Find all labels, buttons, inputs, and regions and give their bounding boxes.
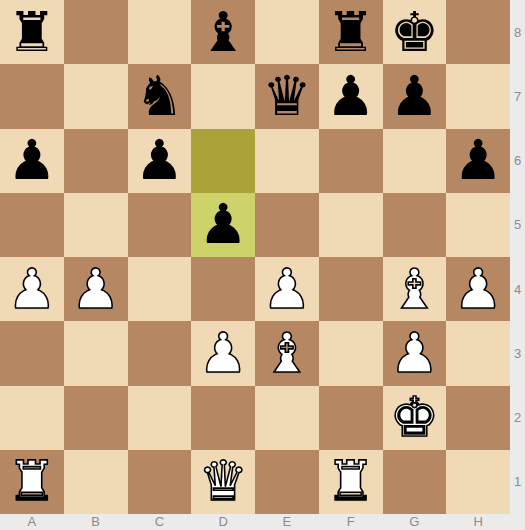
square-f2[interactable] xyxy=(319,386,383,450)
square-e5[interactable] xyxy=(255,193,319,257)
file-labels: ABCDEFGH xyxy=(0,514,510,530)
square-d7[interactable] xyxy=(191,64,255,128)
square-c6[interactable]: ♟ xyxy=(128,129,192,193)
square-g1[interactable] xyxy=(383,450,447,514)
white-pawn[interactable]: ♟ xyxy=(71,262,120,317)
file-label-g: G xyxy=(383,514,447,530)
black-pawn[interactable]: ♟ xyxy=(326,69,375,124)
rank-label-7: 7 xyxy=(510,64,525,128)
square-a6[interactable]: ♟ xyxy=(0,129,64,193)
black-bishop[interactable]: ♝ xyxy=(198,5,247,60)
black-rook[interactable]: ♜ xyxy=(326,5,375,60)
rank-label-8: 8 xyxy=(510,0,525,64)
square-b1[interactable] xyxy=(64,450,128,514)
square-h7[interactable] xyxy=(446,64,510,128)
square-g3[interactable]: ♟ xyxy=(383,321,447,385)
square-f5[interactable] xyxy=(319,193,383,257)
chess-app-page: ♜♝♜♚♞♛♟♟♟♟♟♟♟♟♟♝♟♟♝♟♚♜♛♜ 87654321 ABCDEF… xyxy=(0,0,525,530)
square-c1[interactable] xyxy=(128,450,192,514)
square-b6[interactable] xyxy=(64,129,128,193)
square-f8[interactable]: ♜ xyxy=(319,0,383,64)
square-d8[interactable]: ♝ xyxy=(191,0,255,64)
square-c5[interactable] xyxy=(128,193,192,257)
white-pawn[interactable]: ♟ xyxy=(198,326,247,381)
square-h2[interactable] xyxy=(446,386,510,450)
square-f3[interactable] xyxy=(319,321,383,385)
square-e1[interactable] xyxy=(255,450,319,514)
rank-label-5: 5 xyxy=(510,193,525,257)
square-g6[interactable] xyxy=(383,129,447,193)
square-a7[interactable] xyxy=(0,64,64,128)
square-d2[interactable] xyxy=(191,386,255,450)
square-h8[interactable] xyxy=(446,0,510,64)
square-e4[interactable]: ♟ xyxy=(255,257,319,321)
square-a4[interactable]: ♟ xyxy=(0,257,64,321)
square-c3[interactable] xyxy=(128,321,192,385)
square-d1[interactable]: ♛ xyxy=(191,450,255,514)
rank-label-4: 4 xyxy=(510,257,525,321)
black-rook[interactable]: ♜ xyxy=(7,5,56,60)
black-king[interactable]: ♚ xyxy=(390,5,439,60)
square-h6[interactable]: ♟ xyxy=(446,129,510,193)
square-g5[interactable] xyxy=(383,193,447,257)
white-pawn[interactable]: ♟ xyxy=(453,262,502,317)
chess-board: ♜♝♜♚♞♛♟♟♟♟♟♟♟♟♟♝♟♟♝♟♚♜♛♜ xyxy=(0,0,510,514)
square-a2[interactable] xyxy=(0,386,64,450)
square-d6[interactable] xyxy=(191,129,255,193)
black-pawn[interactable]: ♟ xyxy=(7,133,56,188)
square-b8[interactable] xyxy=(64,0,128,64)
black-pawn[interactable]: ♟ xyxy=(198,197,247,252)
white-king[interactable]: ♚ xyxy=(390,390,439,445)
file-label-d: D xyxy=(191,514,255,530)
rank-labels: 87654321 xyxy=(510,0,525,514)
square-g4[interactable]: ♝ xyxy=(383,257,447,321)
square-g8[interactable]: ♚ xyxy=(383,0,447,64)
square-e3[interactable]: ♝ xyxy=(255,321,319,385)
square-f6[interactable] xyxy=(319,129,383,193)
black-queen[interactable]: ♛ xyxy=(262,69,311,124)
square-b7[interactable] xyxy=(64,64,128,128)
file-label-e: E xyxy=(255,514,319,530)
square-c4[interactable] xyxy=(128,257,192,321)
rank-label-6: 6 xyxy=(510,129,525,193)
black-pawn[interactable]: ♟ xyxy=(453,133,502,188)
white-pawn[interactable]: ♟ xyxy=(262,262,311,317)
file-label-b: B xyxy=(64,514,128,530)
file-label-h: H xyxy=(446,514,510,530)
white-pawn[interactable]: ♟ xyxy=(7,262,56,317)
square-d4[interactable] xyxy=(191,257,255,321)
square-e6[interactable] xyxy=(255,129,319,193)
square-c7[interactable]: ♞ xyxy=(128,64,192,128)
white-pawn[interactable]: ♟ xyxy=(390,326,439,381)
white-bishop[interactable]: ♝ xyxy=(262,326,311,381)
rank-label-1: 1 xyxy=(510,450,525,514)
square-a8[interactable]: ♜ xyxy=(0,0,64,64)
square-a3[interactable] xyxy=(0,321,64,385)
square-f7[interactable]: ♟ xyxy=(319,64,383,128)
square-e7[interactable]: ♛ xyxy=(255,64,319,128)
white-rook[interactable]: ♜ xyxy=(326,454,375,509)
white-queen[interactable]: ♛ xyxy=(198,454,247,509)
square-h5[interactable] xyxy=(446,193,510,257)
square-b3[interactable] xyxy=(64,321,128,385)
square-b5[interactable] xyxy=(64,193,128,257)
square-e8[interactable] xyxy=(255,0,319,64)
file-label-c: C xyxy=(128,514,192,530)
rank-label-2: 2 xyxy=(510,386,525,450)
file-label-f: F xyxy=(319,514,383,530)
square-f4[interactable] xyxy=(319,257,383,321)
square-b2[interactable] xyxy=(64,386,128,450)
file-label-a: A xyxy=(0,514,64,530)
square-d5[interactable]: ♟ xyxy=(191,193,255,257)
square-h4[interactable]: ♟ xyxy=(446,257,510,321)
square-h3[interactable] xyxy=(446,321,510,385)
square-a1[interactable]: ♜ xyxy=(0,450,64,514)
square-g7[interactable]: ♟ xyxy=(383,64,447,128)
black-pawn[interactable]: ♟ xyxy=(390,69,439,124)
square-a5[interactable] xyxy=(0,193,64,257)
square-h1[interactable] xyxy=(446,450,510,514)
square-c2[interactable] xyxy=(128,386,192,450)
white-rook[interactable]: ♜ xyxy=(7,454,56,509)
rank-label-3: 3 xyxy=(510,321,525,385)
square-f1[interactable]: ♜ xyxy=(319,450,383,514)
black-pawn[interactable]: ♟ xyxy=(135,133,184,188)
black-knight[interactable]: ♞ xyxy=(135,69,184,124)
square-e2[interactable] xyxy=(255,386,319,450)
square-b4[interactable]: ♟ xyxy=(64,257,128,321)
square-g2[interactable]: ♚ xyxy=(383,386,447,450)
square-d3[interactable]: ♟ xyxy=(191,321,255,385)
square-c8[interactable] xyxy=(128,0,192,64)
white-bishop[interactable]: ♝ xyxy=(390,262,439,317)
